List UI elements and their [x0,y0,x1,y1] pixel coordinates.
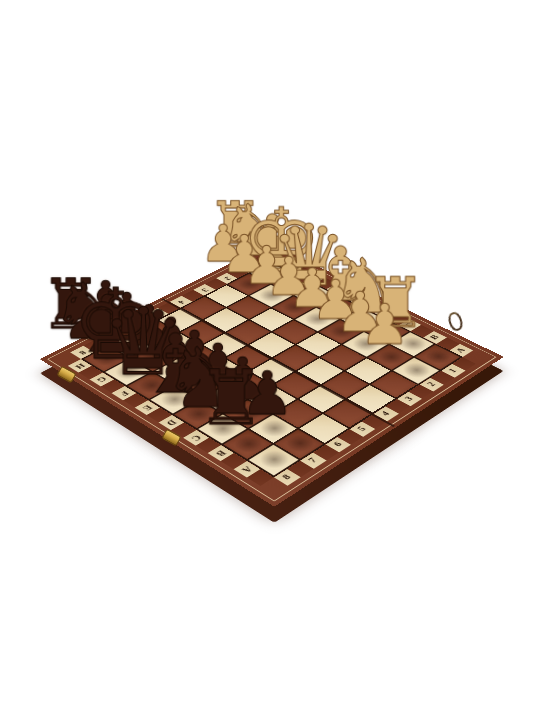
piece-white-pawn-a2: ♟ [360,297,410,353]
rank-label-7-text: 7 [307,457,319,465]
file-label-B-text: B [214,449,228,457]
file-label-E-text: E [141,404,154,412]
piece-black-rook-a8: ♜ [197,361,265,436]
rank-label-6-text: 6 [332,441,344,448]
rank-label-3-text: 3 [403,396,415,403]
file-label-F-text: F [118,390,130,397]
product-photo-scene: ABCDEFGH ABCDEFGH 87654321 87654321 ♜♞♝♛… [0,0,540,720]
rank-label-4-text: 4 [380,410,392,417]
file-label-B-text: B [429,334,441,341]
rank-label-2-text: 2 [426,381,438,388]
rank-label-8-text: 8 [281,473,294,481]
